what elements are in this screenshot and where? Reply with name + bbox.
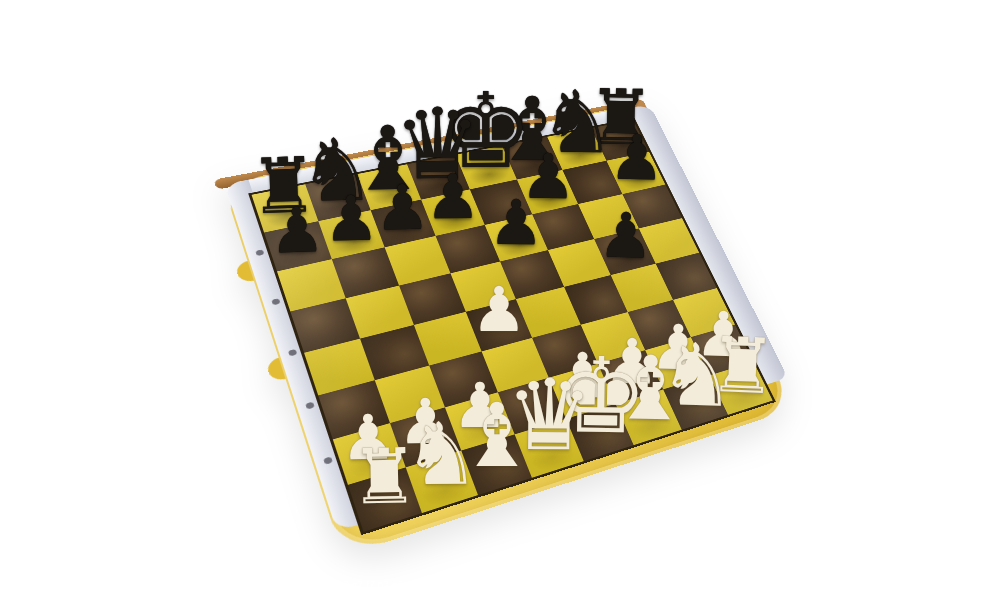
caption: Travel chess set in a yellow tin tray — … [8, 580, 660, 590]
tray-plane [252, 120, 773, 532]
product-photo-stage: ♜♞♝♛♚♝♞♜♟♟♟♟♟♟♟♟♟♟♟♟♟♟♟♟♜♞♝♛♚♝♞♜ Travel … [0, 0, 1000, 600]
chess-set-scene [0, 0, 1000, 600]
